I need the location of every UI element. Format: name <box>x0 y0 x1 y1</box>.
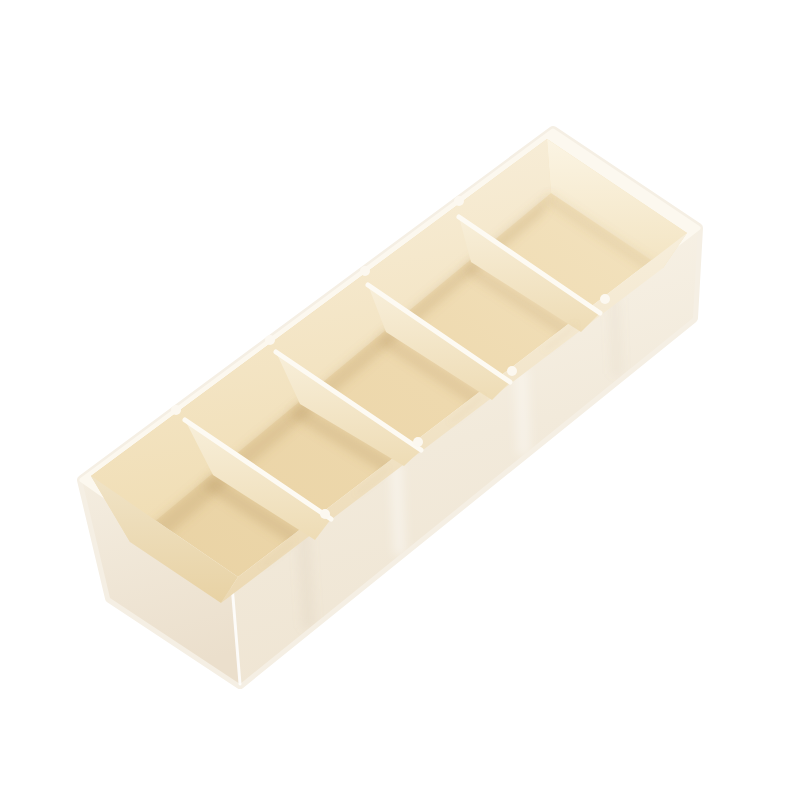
organizer-box-photo <box>0 0 800 800</box>
product-photo <box>0 0 800 800</box>
